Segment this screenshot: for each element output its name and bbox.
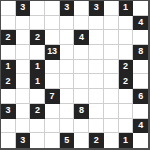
empty-cell-9-0[interactable]: [1, 133, 16, 148]
clue-cell-6-3: 7: [45, 89, 60, 104]
empty-cell-8-8[interactable]: [119, 119, 134, 134]
empty-cell-2-8[interactable]: [119, 30, 134, 45]
clue-number: 3: [20, 3, 25, 12]
clue-cell-9-8: 1: [119, 133, 134, 148]
clue-number: 2: [94, 136, 99, 145]
clue-number: 2: [35, 33, 40, 42]
empty-cell-4-9[interactable]: [133, 60, 148, 75]
empty-cell-1-0[interactable]: [1, 16, 16, 31]
empty-cell-8-0[interactable]: [1, 119, 16, 134]
empty-cell-1-4[interactable]: [60, 16, 75, 31]
empty-cell-0-3[interactable]: [45, 1, 60, 16]
clue-number: 3: [64, 3, 69, 12]
clue-cell-7-5: 8: [74, 104, 89, 119]
clue-cell-3-3: 13: [45, 45, 60, 60]
clue-number: 2: [5, 33, 10, 42]
clue-number: 8: [79, 106, 84, 115]
clue-number: 13: [47, 47, 56, 56]
empty-cell-2-6[interactable]: [89, 30, 104, 45]
empty-cell-9-2[interactable]: [30, 133, 45, 148]
clue-number: 1: [123, 3, 128, 12]
empty-cell-3-5[interactable]: [74, 45, 89, 60]
clue-cell-0-8: 1: [119, 1, 134, 16]
empty-cell-6-8[interactable]: [119, 89, 134, 104]
empty-cell-2-9[interactable]: [133, 30, 148, 45]
clue-number: 2: [35, 106, 40, 115]
empty-cell-8-2[interactable]: [30, 119, 45, 134]
empty-cell-7-3[interactable]: [45, 104, 60, 119]
empty-cell-1-3[interactable]: [45, 16, 60, 31]
empty-cell-2-4[interactable]: [60, 30, 75, 45]
empty-cell-7-7[interactable]: [104, 104, 119, 119]
clue-cell-9-1: 3: [16, 133, 31, 148]
empty-cell-7-8[interactable]: [119, 104, 134, 119]
empty-cell-4-6[interactable]: [89, 60, 104, 75]
empty-cell-1-6[interactable]: [89, 16, 104, 31]
clue-number: 2: [5, 77, 10, 86]
empty-cell-3-7[interactable]: [104, 45, 119, 60]
empty-cell-5-9[interactable]: [133, 74, 148, 89]
clue-number: 1: [5, 62, 10, 71]
clue-number: 3: [5, 106, 10, 115]
clue-cell-1-9: 4: [133, 16, 148, 31]
clue-number: 1: [35, 77, 40, 86]
empty-cell-0-2[interactable]: [30, 1, 45, 16]
empty-cell-2-7[interactable]: [104, 30, 119, 45]
clue-cell-0-6: 3: [89, 1, 104, 16]
empty-cell-3-2[interactable]: [30, 45, 45, 60]
empty-cell-9-5[interactable]: [74, 133, 89, 148]
clue-cell-6-9: 6: [133, 89, 148, 104]
empty-cell-5-6[interactable]: [89, 74, 104, 89]
clue-cell-3-9: 8: [133, 45, 148, 60]
clue-number: 2: [123, 77, 128, 86]
empty-cell-6-0[interactable]: [1, 89, 16, 104]
clue-cell-5-8: 2: [119, 74, 134, 89]
empty-cell-7-4[interactable]: [60, 104, 75, 119]
empty-cell-8-6[interactable]: [89, 119, 104, 134]
empty-cell-8-5[interactable]: [74, 119, 89, 134]
empty-cell-0-5[interactable]: [74, 1, 89, 16]
empty-cell-1-5[interactable]: [74, 16, 89, 31]
clue-number: 6: [138, 92, 143, 101]
clue-cell-4-8: 2: [119, 60, 134, 75]
empty-cell-6-7[interactable]: [104, 89, 119, 104]
empty-cell-5-7[interactable]: [104, 74, 119, 89]
empty-cell-5-3[interactable]: [45, 74, 60, 89]
clue-cell-7-0: 3: [1, 104, 16, 119]
clue-number: 2: [123, 62, 128, 71]
empty-cell-1-2[interactable]: [30, 16, 45, 31]
empty-cell-6-1[interactable]: [16, 89, 31, 104]
empty-cell-7-9[interactable]: [133, 104, 148, 119]
empty-cell-3-8[interactable]: [119, 45, 134, 60]
empty-cell-6-5[interactable]: [74, 89, 89, 104]
empty-cell-3-0[interactable]: [1, 45, 16, 60]
empty-cell-9-3[interactable]: [45, 133, 60, 148]
clue-number: 8: [138, 47, 143, 56]
clue-number: 4: [79, 33, 84, 42]
clue-number: 3: [20, 136, 25, 145]
clue-cell-0-4: 3: [60, 1, 75, 16]
empty-cell-5-1[interactable]: [16, 74, 31, 89]
clue-cell-2-5: 4: [74, 30, 89, 45]
empty-cell-8-1[interactable]: [16, 119, 31, 134]
clue-cell-4-2: 1: [30, 60, 45, 75]
empty-cell-1-8[interactable]: [119, 16, 134, 31]
empty-cell-3-1[interactable]: [16, 45, 31, 60]
clue-cell-2-2: 2: [30, 30, 45, 45]
empty-cell-1-1[interactable]: [16, 16, 31, 31]
clue-cell-5-0: 2: [1, 74, 16, 89]
empty-cell-4-1[interactable]: [16, 60, 31, 75]
empty-cell-4-7[interactable]: [104, 60, 119, 75]
empty-cell-4-3[interactable]: [45, 60, 60, 75]
empty-cell-8-4[interactable]: [60, 119, 75, 134]
empty-cell-4-4[interactable]: [60, 60, 75, 75]
empty-cell-9-9[interactable]: [133, 133, 148, 148]
empty-cell-0-7[interactable]: [104, 1, 119, 16]
clue-number: 1: [35, 62, 40, 71]
empty-cell-4-5[interactable]: [74, 60, 89, 75]
empty-cell-2-3[interactable]: [45, 30, 60, 45]
empty-cell-3-4[interactable]: [60, 45, 75, 60]
empty-cell-6-6[interactable]: [89, 89, 104, 104]
clue-number: 5: [64, 136, 69, 145]
empty-cell-5-5[interactable]: [74, 74, 89, 89]
puzzle-board: 333142241381122127632843521: [0, 0, 150, 150]
clue-cell-5-2: 1: [30, 74, 45, 89]
empty-cell-2-1[interactable]: [16, 30, 31, 45]
clue-cell-7-2: 2: [30, 104, 45, 119]
clue-cell-9-4: 5: [60, 133, 75, 148]
empty-cell-9-7[interactable]: [104, 133, 119, 148]
empty-cell-0-9[interactable]: [133, 1, 148, 16]
empty-cell-7-6[interactable]: [89, 104, 104, 119]
clue-number: 4: [138, 18, 143, 27]
clue-number: 3: [94, 3, 99, 12]
clue-cell-8-9: 4: [133, 119, 148, 134]
empty-cell-0-0[interactable]: [1, 1, 16, 16]
clue-number: 1: [123, 136, 128, 145]
empty-cell-8-7[interactable]: [104, 119, 119, 134]
empty-cell-8-3[interactable]: [45, 119, 60, 134]
clue-number: 4: [138, 121, 143, 130]
clue-cell-0-1: 3: [16, 1, 31, 16]
empty-cell-1-7[interactable]: [104, 16, 119, 31]
empty-cell-6-4[interactable]: [60, 89, 75, 104]
clue-cell-2-0: 2: [1, 30, 16, 45]
empty-cell-5-4[interactable]: [60, 74, 75, 89]
empty-cell-7-1[interactable]: [16, 104, 31, 119]
clue-cell-4-0: 1: [1, 60, 16, 75]
clue-cell-9-6: 2: [89, 133, 104, 148]
empty-cell-3-6[interactable]: [89, 45, 104, 60]
empty-cell-6-2[interactable]: [30, 89, 45, 104]
clue-number: 7: [50, 92, 55, 101]
